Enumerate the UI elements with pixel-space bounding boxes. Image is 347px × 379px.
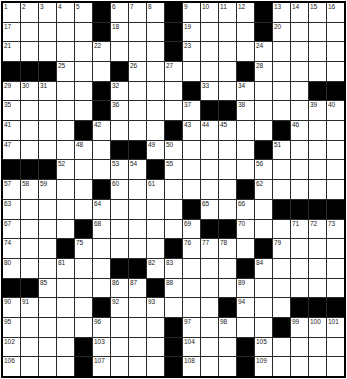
grid-cell[interactable] (201, 141, 218, 160)
grid-cell[interactable] (291, 82, 308, 101)
grid-cell[interactable]: 66 (237, 200, 254, 219)
grid-cell[interactable]: 36 (111, 101, 128, 120)
grid-cell[interactable]: 23 (183, 42, 200, 61)
grid-cell[interactable] (57, 42, 74, 61)
grid-cell[interactable] (129, 220, 146, 239)
grid-cell[interactable] (129, 200, 146, 219)
grid-cell[interactable]: 97 (183, 318, 200, 337)
grid-cell[interactable]: 54 (129, 160, 146, 179)
grid-cell[interactable] (201, 23, 218, 42)
grid-cell[interactable] (147, 357, 164, 376)
grid-cell[interactable]: 29 (3, 82, 20, 101)
grid-cell[interactable] (273, 357, 290, 376)
grid-cell[interactable]: 22 (93, 42, 110, 61)
grid-cell[interactable]: 106 (3, 357, 20, 376)
grid-cell[interactable] (291, 180, 308, 199)
grid-cell[interactable] (183, 180, 200, 199)
grid-cell[interactable] (111, 200, 128, 219)
grid-cell[interactable] (75, 200, 92, 219)
grid-cell[interactable]: 9 (183, 3, 200, 22)
grid-cell[interactable] (57, 298, 74, 317)
grid-cell[interactable] (309, 180, 326, 199)
grid-cell[interactable]: 41 (3, 121, 20, 140)
grid-cell[interactable] (291, 357, 308, 376)
grid-cell[interactable] (93, 279, 110, 298)
grid-cell[interactable]: 67 (3, 220, 20, 239)
grid-cell[interactable] (129, 239, 146, 258)
grid-cell[interactable] (129, 357, 146, 376)
grid-cell[interactable]: 18 (111, 23, 128, 42)
grid-cell[interactable] (21, 141, 38, 160)
grid-cell[interactable] (75, 101, 92, 120)
grid-cell[interactable]: 26 (129, 62, 146, 81)
grid-cell[interactable] (183, 141, 200, 160)
grid-cell[interactable] (39, 101, 56, 120)
grid-cell[interactable] (129, 23, 146, 42)
grid-cell[interactable]: 11 (219, 3, 236, 22)
grid-cell[interactable] (21, 200, 38, 219)
grid-cell[interactable]: 98 (219, 318, 236, 337)
grid-cell[interactable]: 83 (165, 259, 182, 278)
grid-cell[interactable] (219, 279, 236, 298)
grid-cell[interactable] (57, 180, 74, 199)
grid-cell[interactable] (75, 298, 92, 317)
grid-cell[interactable] (291, 279, 308, 298)
grid-cell[interactable] (21, 338, 38, 357)
grid-cell[interactable]: 5 (75, 3, 92, 22)
grid-cell[interactable]: 76 (183, 239, 200, 258)
grid-cell[interactable] (273, 62, 290, 81)
grid-cell[interactable]: 71 (291, 220, 308, 239)
grid-cell[interactable]: 82 (147, 259, 164, 278)
grid-cell[interactable] (147, 220, 164, 239)
grid-cell[interactable] (219, 42, 236, 61)
grid-cell[interactable] (21, 23, 38, 42)
grid-cell[interactable] (327, 42, 344, 61)
grid-cell[interactable] (75, 62, 92, 81)
grid-cell[interactable] (273, 82, 290, 101)
grid-cell[interactable] (111, 357, 128, 376)
grid-cell[interactable] (147, 82, 164, 101)
grid-cell[interactable]: 47 (3, 141, 20, 160)
grid-cell[interactable] (39, 357, 56, 376)
grid-cell[interactable] (21, 259, 38, 278)
grid-cell[interactable] (201, 318, 218, 337)
grid-cell[interactable] (129, 318, 146, 337)
grid-cell[interactable] (273, 101, 290, 120)
grid-cell[interactable]: 62 (255, 180, 272, 199)
grid-cell[interactable] (129, 101, 146, 120)
grid-cell[interactable]: 20 (273, 23, 290, 42)
grid-cell[interactable]: 10 (201, 3, 218, 22)
grid-cell[interactable]: 91 (21, 298, 38, 317)
grid-cell[interactable]: 24 (255, 42, 272, 61)
grid-cell[interactable] (309, 23, 326, 42)
grid-cell[interactable] (129, 121, 146, 140)
grid-cell[interactable]: 90 (3, 298, 20, 317)
grid-cell[interactable] (165, 101, 182, 120)
grid-cell[interactable] (57, 279, 74, 298)
grid-cell[interactable]: 50 (165, 141, 182, 160)
grid-cell[interactable]: 109 (255, 357, 272, 376)
grid-cell[interactable] (165, 298, 182, 317)
grid-cell[interactable] (201, 160, 218, 179)
grid-cell[interactable] (21, 42, 38, 61)
grid-cell[interactable] (309, 338, 326, 357)
grid-cell[interactable]: 17 (3, 23, 20, 42)
grid-cell[interactable]: 46 (291, 121, 308, 140)
grid-cell[interactable] (201, 259, 218, 278)
grid-cell[interactable] (93, 62, 110, 81)
grid-cell[interactable] (147, 23, 164, 42)
grid-cell[interactable]: 78 (219, 239, 236, 258)
grid-cell[interactable]: 108 (183, 357, 200, 376)
grid-cell[interactable] (309, 62, 326, 81)
grid-cell[interactable] (165, 220, 182, 239)
grid-cell[interactable] (39, 42, 56, 61)
grid-cell[interactable] (273, 180, 290, 199)
grid-cell[interactable] (219, 357, 236, 376)
grid-cell[interactable] (183, 62, 200, 81)
grid-cell[interactable]: 69 (183, 220, 200, 239)
grid-cell[interactable]: 25 (57, 62, 74, 81)
grid-cell[interactable] (219, 259, 236, 278)
grid-cell[interactable]: 73 (327, 220, 344, 239)
grid-cell[interactable]: 107 (93, 357, 110, 376)
grid-cell[interactable] (255, 121, 272, 140)
grid-cell[interactable] (129, 298, 146, 317)
grid-cell[interactable]: 43 (183, 121, 200, 140)
grid-cell[interactable] (273, 259, 290, 278)
grid-cell[interactable] (111, 338, 128, 357)
grid-cell[interactable] (111, 42, 128, 61)
grid-cell[interactable]: 28 (255, 62, 272, 81)
grid-cell[interactable] (291, 101, 308, 120)
grid-cell[interactable] (327, 23, 344, 42)
grid-cell[interactable] (57, 141, 74, 160)
grid-cell[interactable]: 40 (327, 101, 344, 120)
grid-cell[interactable] (21, 220, 38, 239)
grid-cell[interactable] (291, 160, 308, 179)
grid-cell[interactable] (309, 279, 326, 298)
grid-cell[interactable] (201, 279, 218, 298)
grid-cell[interactable]: 68 (93, 220, 110, 239)
grid-cell[interactable] (21, 121, 38, 140)
grid-cell[interactable]: 55 (165, 160, 182, 179)
grid-cell[interactable]: 31 (39, 82, 56, 101)
grid-cell[interactable]: 63 (3, 200, 20, 219)
grid-cell[interactable] (75, 42, 92, 61)
grid-cell[interactable] (129, 82, 146, 101)
grid-cell[interactable]: 105 (255, 338, 272, 357)
grid-cell[interactable] (111, 121, 128, 140)
grid-cell[interactable] (21, 101, 38, 120)
grid-cell[interactable]: 27 (165, 62, 182, 81)
grid-cell[interactable]: 57 (3, 180, 20, 199)
grid-cell[interactable] (201, 42, 218, 61)
grid-cell[interactable] (75, 279, 92, 298)
grid-cell[interactable] (291, 239, 308, 258)
grid-cell[interactable] (165, 82, 182, 101)
grid-cell[interactable] (237, 121, 254, 140)
grid-cell[interactable] (309, 239, 326, 258)
grid-cell[interactable] (255, 200, 272, 219)
grid-cell[interactable]: 13 (273, 3, 290, 22)
grid-cell[interactable] (255, 220, 272, 239)
grid-cell[interactable] (57, 200, 74, 219)
grid-cell[interactable]: 34 (237, 82, 254, 101)
grid-cell[interactable]: 30 (21, 82, 38, 101)
grid-cell[interactable] (147, 338, 164, 357)
grid-cell[interactable]: 48 (75, 141, 92, 160)
grid-cell[interactable] (39, 200, 56, 219)
grid-cell[interactable] (183, 259, 200, 278)
grid-cell[interactable] (273, 160, 290, 179)
grid-cell[interactable]: 37 (183, 101, 200, 120)
grid-cell[interactable] (93, 141, 110, 160)
grid-cell[interactable]: 45 (219, 121, 236, 140)
grid-cell[interactable] (291, 62, 308, 81)
grid-cell[interactable] (57, 318, 74, 337)
grid-cell[interactable] (129, 338, 146, 357)
grid-cell[interactable]: 38 (237, 101, 254, 120)
grid-cell[interactable]: 42 (93, 121, 110, 140)
grid-cell[interactable] (201, 338, 218, 357)
grid-cell[interactable] (183, 298, 200, 317)
grid-cell[interactable]: 19 (183, 23, 200, 42)
grid-cell[interactable]: 99 (291, 318, 308, 337)
grid-cell[interactable] (75, 23, 92, 42)
grid-cell[interactable] (39, 239, 56, 258)
grid-cell[interactable] (201, 62, 218, 81)
grid-cell[interactable] (93, 259, 110, 278)
grid-cell[interactable]: 8 (147, 3, 164, 22)
grid-cell[interactable] (93, 239, 110, 258)
grid-cell[interactable] (237, 160, 254, 179)
grid-cell[interactable] (309, 160, 326, 179)
grid-cell[interactable] (147, 200, 164, 219)
grid-cell[interactable] (147, 318, 164, 337)
grid-cell[interactable] (291, 338, 308, 357)
grid-cell[interactable]: 96 (93, 318, 110, 337)
grid-cell[interactable] (327, 141, 344, 160)
grid-cell[interactable]: 86 (111, 279, 128, 298)
grid-cell[interactable] (21, 357, 38, 376)
grid-cell[interactable]: 64 (93, 200, 110, 219)
grid-cell[interactable]: 16 (327, 3, 344, 22)
grid-cell[interactable]: 95 (3, 318, 20, 337)
grid-cell[interactable] (111, 239, 128, 258)
grid-cell[interactable] (255, 82, 272, 101)
grid-cell[interactable]: 102 (3, 338, 20, 357)
grid-cell[interactable] (147, 239, 164, 258)
grid-cell[interactable] (219, 141, 236, 160)
grid-cell[interactable]: 15 (309, 3, 326, 22)
grid-cell[interactable] (291, 23, 308, 42)
grid-cell[interactable] (39, 23, 56, 42)
grid-cell[interactable] (111, 220, 128, 239)
grid-cell[interactable]: 1 (3, 3, 20, 22)
grid-cell[interactable] (39, 318, 56, 337)
grid-cell[interactable] (237, 141, 254, 160)
grid-cell[interactable]: 12 (237, 3, 254, 22)
grid-cell[interactable] (273, 279, 290, 298)
grid-cell[interactable] (219, 82, 236, 101)
grid-cell[interactable]: 7 (129, 3, 146, 22)
grid-cell[interactable]: 39 (309, 101, 326, 120)
grid-cell[interactable] (327, 62, 344, 81)
grid-cell[interactable] (57, 23, 74, 42)
grid-cell[interactable]: 32 (111, 82, 128, 101)
grid-cell[interactable]: 77 (201, 239, 218, 258)
grid-cell[interactable]: 4 (57, 3, 74, 22)
grid-cell[interactable] (291, 141, 308, 160)
grid-cell[interactable] (21, 239, 38, 258)
grid-cell[interactable]: 58 (21, 180, 38, 199)
grid-cell[interactable] (327, 121, 344, 140)
grid-cell[interactable]: 6 (111, 3, 128, 22)
grid-cell[interactable] (327, 160, 344, 179)
grid-cell[interactable]: 2 (21, 3, 38, 22)
grid-cell[interactable] (327, 259, 344, 278)
grid-cell[interactable]: 49 (147, 141, 164, 160)
grid-cell[interactable] (309, 357, 326, 376)
grid-cell[interactable] (75, 180, 92, 199)
grid-cell[interactable] (147, 42, 164, 61)
grid-cell[interactable] (129, 180, 146, 199)
grid-cell[interactable] (75, 259, 92, 278)
grid-cell[interactable] (273, 298, 290, 317)
grid-cell[interactable] (201, 357, 218, 376)
grid-cell[interactable] (111, 318, 128, 337)
grid-cell[interactable]: 92 (111, 298, 128, 317)
grid-cell[interactable] (327, 338, 344, 357)
grid-cell[interactable] (291, 259, 308, 278)
grid-cell[interactable] (129, 42, 146, 61)
grid-cell[interactable]: 93 (147, 298, 164, 317)
grid-cell[interactable]: 3 (39, 3, 56, 22)
grid-cell[interactable] (309, 121, 326, 140)
grid-cell[interactable]: 61 (147, 180, 164, 199)
grid-cell[interactable] (57, 121, 74, 140)
grid-cell[interactable] (219, 338, 236, 357)
grid-cell[interactable] (39, 338, 56, 357)
grid-cell[interactable] (39, 121, 56, 140)
grid-cell[interactable] (183, 279, 200, 298)
grid-cell[interactable] (273, 42, 290, 61)
grid-cell[interactable]: 72 (309, 220, 326, 239)
grid-cell[interactable] (57, 338, 74, 357)
grid-cell[interactable]: 33 (201, 82, 218, 101)
grid-cell[interactable] (39, 298, 56, 317)
grid-cell[interactable] (57, 357, 74, 376)
grid-cell[interactable] (273, 220, 290, 239)
grid-cell[interactable]: 89 (237, 279, 254, 298)
grid-cell[interactable] (57, 220, 74, 239)
grid-cell[interactable] (219, 23, 236, 42)
grid-cell[interactable]: 88 (165, 279, 182, 298)
grid-cell[interactable]: 94 (237, 298, 254, 317)
grid-cell[interactable]: 80 (3, 259, 20, 278)
grid-cell[interactable] (237, 318, 254, 337)
grid-cell[interactable]: 104 (183, 338, 200, 357)
grid-cell[interactable] (57, 101, 74, 120)
grid-cell[interactable] (291, 42, 308, 61)
grid-cell[interactable] (219, 62, 236, 81)
grid-cell[interactable]: 60 (111, 180, 128, 199)
grid-cell[interactable]: 101 (327, 318, 344, 337)
grid-cell[interactable] (327, 239, 344, 258)
grid-cell[interactable] (39, 220, 56, 239)
grid-cell[interactable]: 59 (39, 180, 56, 199)
grid-cell[interactable] (75, 82, 92, 101)
grid-cell[interactable] (255, 101, 272, 120)
grid-cell[interactable] (147, 101, 164, 120)
grid-cell[interactable] (201, 298, 218, 317)
grid-cell[interactable]: 70 (237, 220, 254, 239)
grid-cell[interactable]: 53 (111, 160, 128, 179)
grid-cell[interactable] (219, 160, 236, 179)
grid-cell[interactable] (165, 180, 182, 199)
grid-cell[interactable] (309, 259, 326, 278)
grid-cell[interactable] (21, 318, 38, 337)
grid-cell[interactable] (255, 318, 272, 337)
grid-cell[interactable] (39, 141, 56, 160)
grid-cell[interactable] (327, 279, 344, 298)
grid-cell[interactable] (147, 121, 164, 140)
grid-cell[interactable]: 65 (201, 200, 218, 219)
grid-cell[interactable] (255, 279, 272, 298)
grid-cell[interactable] (219, 180, 236, 199)
grid-cell[interactable] (39, 259, 56, 278)
grid-cell[interactable] (237, 23, 254, 42)
grid-cell[interactable]: 81 (57, 259, 74, 278)
grid-cell[interactable]: 87 (129, 279, 146, 298)
grid-cell[interactable]: 56 (255, 160, 272, 179)
grid-cell[interactable]: 51 (273, 141, 290, 160)
grid-cell[interactable] (219, 200, 236, 219)
grid-cell[interactable] (75, 318, 92, 337)
grid-cell[interactable]: 85 (39, 279, 56, 298)
grid-cell[interactable] (327, 180, 344, 199)
grid-cell[interactable]: 75 (75, 239, 92, 258)
grid-cell[interactable] (147, 62, 164, 81)
grid-cell[interactable] (183, 160, 200, 179)
grid-cell[interactable]: 35 (3, 101, 20, 120)
grid-cell[interactable]: 79 (273, 239, 290, 258)
grid-cell[interactable] (237, 42, 254, 61)
grid-cell[interactable]: 21 (3, 42, 20, 61)
grid-cell[interactable] (237, 239, 254, 258)
grid-cell[interactable] (201, 180, 218, 199)
grid-cell[interactable] (273, 338, 290, 357)
grid-cell[interactable] (57, 82, 74, 101)
grid-cell[interactable]: 52 (57, 160, 74, 179)
grid-cell[interactable] (255, 298, 272, 317)
grid-cell[interactable] (309, 42, 326, 61)
grid-cell[interactable]: 103 (93, 338, 110, 357)
grid-cell[interactable] (309, 141, 326, 160)
grid-cell[interactable]: 74 (3, 239, 20, 258)
grid-cell[interactable] (93, 160, 110, 179)
grid-cell[interactable]: 14 (291, 3, 308, 22)
grid-cell[interactable]: 100 (309, 318, 326, 337)
grid-cell[interactable]: 44 (201, 121, 218, 140)
grid-cell[interactable] (75, 160, 92, 179)
grid-cell[interactable] (165, 200, 182, 219)
grid-cell[interactable]: 84 (255, 259, 272, 278)
grid-cell[interactable] (327, 357, 344, 376)
